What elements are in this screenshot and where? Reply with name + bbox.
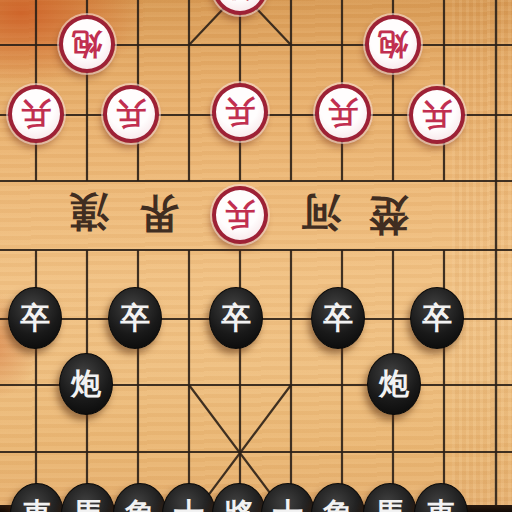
piece-red-soldier[interactable]: 兵 [315, 84, 371, 142]
piece-label: 卒 [20, 303, 50, 333]
piece-black-soldier[interactable]: 卒 [8, 287, 62, 349]
piece-label: 馬 [73, 499, 103, 512]
piece-label: 車 [426, 499, 456, 512]
piece-label: 兵 [225, 200, 255, 230]
piece-red-cannon[interactable]: 炮 [365, 15, 421, 73]
piece-label: 卒 [120, 303, 150, 333]
xiangqi-board: 漢界河楚 帥炮炮兵兵兵兵兵兵卒卒卒卒卒炮炮車馬象士將士象馬車 [0, 0, 512, 512]
piece-black-cannon[interactable]: 炮 [367, 353, 421, 415]
piece-label: 車 [22, 499, 52, 512]
piece-label: 象 [125, 499, 155, 512]
piece-label: 帥 [225, 0, 255, 1]
board-grid-lines [0, 0, 512, 512]
piece-label: 兵 [21, 99, 51, 129]
piece-red-soldier[interactable]: 兵 [8, 85, 64, 143]
piece-label: 卒 [221, 303, 251, 333]
river-label-jie: 界 [139, 194, 179, 234]
piece-label: 士 [273, 499, 303, 512]
piece-black-soldier[interactable]: 卒 [209, 287, 263, 349]
river-label-han: 漢 [69, 192, 109, 232]
piece-label: 馬 [375, 499, 405, 512]
piece-label: 卒 [422, 303, 452, 333]
piece-label: 炮 [378, 29, 408, 59]
piece-label: 士 [174, 499, 204, 512]
piece-black-cannon[interactable]: 炮 [59, 353, 113, 415]
piece-label: 卒 [323, 303, 353, 333]
piece-red-soldier[interactable]: 兵 [212, 186, 268, 244]
piece-red-cannon[interactable]: 炮 [59, 15, 115, 73]
piece-black-soldier[interactable]: 卒 [311, 287, 365, 349]
piece-red-soldier[interactable]: 兵 [103, 85, 159, 143]
piece-label: 兵 [225, 97, 255, 127]
piece-black-soldier[interactable]: 卒 [410, 287, 464, 349]
piece-label: 兵 [328, 98, 358, 128]
piece-label: 兵 [116, 99, 146, 129]
river-label-chu: 楚 [369, 196, 409, 236]
piece-red-soldier[interactable]: 兵 [409, 86, 465, 144]
piece-label: 將 [224, 499, 254, 512]
piece-label: 炮 [72, 29, 102, 59]
piece-label: 炮 [379, 369, 409, 399]
piece-label: 象 [323, 499, 353, 512]
river-label-he: 河 [301, 193, 341, 233]
piece-label: 炮 [71, 369, 101, 399]
piece-black-soldier[interactable]: 卒 [108, 287, 162, 349]
piece-label: 兵 [422, 100, 452, 130]
piece-red-soldier[interactable]: 兵 [212, 83, 268, 141]
